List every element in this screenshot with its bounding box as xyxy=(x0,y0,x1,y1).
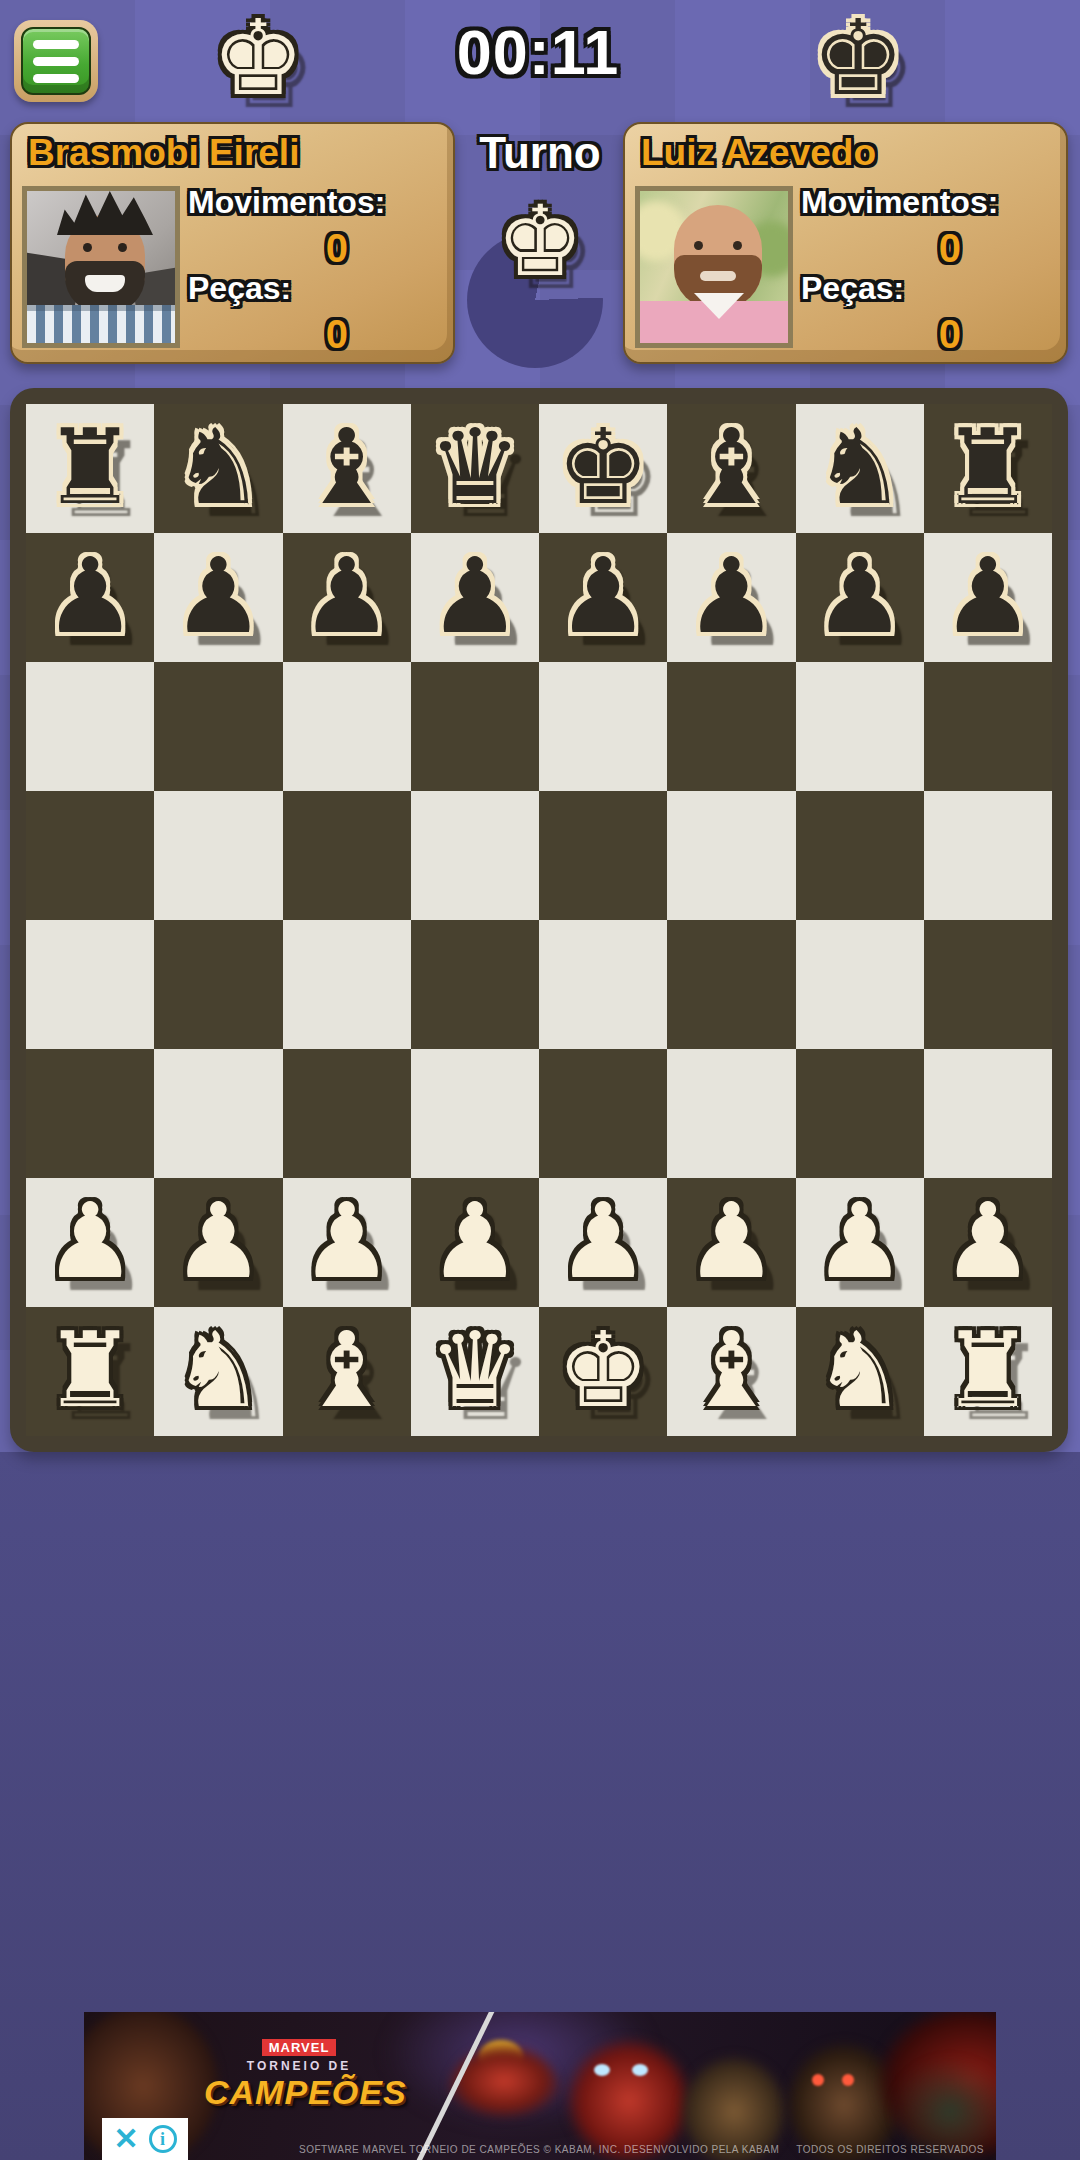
square-e5[interactable] xyxy=(539,791,667,920)
square-a2[interactable]: ♟ xyxy=(26,1178,154,1307)
black-bishop: ♝ xyxy=(300,415,393,519)
square-d1[interactable]: ♛ xyxy=(411,1307,539,1436)
turn-label: Turno xyxy=(440,128,640,178)
ad-logo-title: CAMPEÕES xyxy=(204,2073,394,2112)
square-e7[interactable]: ♟ xyxy=(539,533,667,662)
black-knight: ♞ xyxy=(172,415,265,519)
square-c8[interactable]: ♝ xyxy=(283,404,411,533)
moves-value: 0 xyxy=(188,226,348,271)
square-g6[interactable] xyxy=(796,662,924,791)
avatar xyxy=(22,186,180,348)
pieces-value: 0 xyxy=(188,312,348,357)
turn-piece-icon: ♚ xyxy=(480,192,600,290)
black-rook: ♜ xyxy=(941,415,1034,519)
moves-value: 0 xyxy=(801,226,961,271)
black-knight: ♞ xyxy=(813,415,906,519)
square-a8[interactable]: ♜ xyxy=(26,404,154,533)
square-e2[interactable]: ♟ xyxy=(539,1178,667,1307)
square-d2[interactable]: ♟ xyxy=(411,1178,539,1307)
square-e1[interactable]: ♚ xyxy=(539,1307,667,1436)
square-e8[interactable]: ♚ xyxy=(539,404,667,533)
white-bishop: ♝ xyxy=(685,1318,778,1422)
marvel-logo: MARVEL xyxy=(262,2039,337,2056)
chess-board-frame: ♜♞♝♛♚♝♞♜♟♟♟♟♟♟♟♟♟♟♟♟♟♟♟♟♜♞♝♛♚♝♞♜ xyxy=(10,388,1068,1452)
white-pawn: ♟ xyxy=(685,1189,778,1293)
square-f3[interactable] xyxy=(667,1049,795,1178)
square-f4[interactable] xyxy=(667,920,795,1049)
square-g5[interactable] xyxy=(796,791,924,920)
black-pawn: ♟ xyxy=(300,544,393,648)
white-pawn: ♟ xyxy=(172,1189,265,1293)
black-pawn: ♟ xyxy=(172,544,265,648)
black-bishop: ♝ xyxy=(685,415,778,519)
square-a4[interactable] xyxy=(26,920,154,1049)
black-queen: ♛ xyxy=(428,415,521,519)
pieces-label: Peças: xyxy=(801,270,1063,307)
square-h2[interactable]: ♟ xyxy=(924,1178,1052,1307)
white-pawn: ♟ xyxy=(813,1189,906,1293)
pieces-label: Peças: xyxy=(188,270,450,307)
square-b4[interactable] xyxy=(154,920,282,1049)
square-a5[interactable] xyxy=(26,791,154,920)
game-timer: 00:11 xyxy=(420,16,656,88)
white-pawn: ♟ xyxy=(941,1189,1034,1293)
square-d6[interactable] xyxy=(411,662,539,791)
square-c1[interactable]: ♝ xyxy=(283,1307,411,1436)
white-knight: ♞ xyxy=(172,1318,265,1422)
square-h1[interactable]: ♜ xyxy=(924,1307,1052,1436)
square-c4[interactable] xyxy=(283,920,411,1049)
black-rook: ♜ xyxy=(44,415,137,519)
square-g8[interactable]: ♞ xyxy=(796,404,924,533)
square-d3[interactable] xyxy=(411,1049,539,1178)
square-f1[interactable]: ♝ xyxy=(667,1307,795,1436)
square-d4[interactable] xyxy=(411,920,539,1049)
square-e4[interactable] xyxy=(539,920,667,1049)
ad-logo-subtitle: TORNEIO DE xyxy=(204,2059,394,2073)
square-d5[interactable] xyxy=(411,791,539,920)
square-c7[interactable]: ♟ xyxy=(283,533,411,662)
ad-art xyxy=(632,2064,648,2076)
avatar xyxy=(635,186,793,348)
square-g3[interactable] xyxy=(796,1049,924,1178)
square-f2[interactable]: ♟ xyxy=(667,1178,795,1307)
black-pawn: ♟ xyxy=(813,544,906,648)
white-pawn: ♟ xyxy=(557,1189,650,1293)
square-h7[interactable]: ♟ xyxy=(924,533,1052,662)
square-h4[interactable] xyxy=(924,920,1052,1049)
player-name: Luiz Azevedo xyxy=(641,132,876,174)
square-g7[interactable]: ♟ xyxy=(796,533,924,662)
player-panel-white: Brasmobi Eireli Movimentos: 0 Peças: 0 xyxy=(10,122,455,364)
chess-app-screen: { "game": "chess", "position": { "fen": … xyxy=(0,0,1080,2160)
square-b7[interactable]: ♟ xyxy=(154,533,282,662)
square-a1[interactable]: ♜ xyxy=(26,1307,154,1436)
ad-art xyxy=(444,2042,564,2160)
square-d7[interactable]: ♟ xyxy=(411,533,539,662)
ad-disclaimer: SOFTWARE MARVEL TORNEIO DE CAMPEÕES © KA… xyxy=(299,2144,779,2155)
moves-label: Movimentos: xyxy=(801,184,1063,221)
black-pawn: ♟ xyxy=(557,544,650,648)
hamburger-icon xyxy=(21,27,91,95)
square-h8[interactable]: ♜ xyxy=(924,404,1052,533)
square-e6[interactable] xyxy=(539,662,667,791)
white-rook: ♜ xyxy=(941,1318,1034,1422)
white-bishop: ♝ xyxy=(300,1318,393,1422)
ad-disclaimer-rights: TODOS OS DIREITOS RESERVADOS xyxy=(796,2144,984,2155)
black-king: ♚ xyxy=(557,415,650,519)
square-c3[interactable] xyxy=(283,1049,411,1178)
black-pawn: ♟ xyxy=(428,544,521,648)
menu-button[interactable] xyxy=(14,20,98,102)
square-g1[interactable]: ♞ xyxy=(796,1307,924,1436)
square-c6[interactable] xyxy=(283,662,411,791)
ad-art xyxy=(594,2064,610,2076)
ad-art xyxy=(842,2074,854,2086)
ad-close-icon[interactable]: ✕ xyxy=(113,2124,138,2154)
player-panel-black: Luiz Azevedo Movimentos: 0 Peças: 0 xyxy=(623,122,1068,364)
white-pawn: ♟ xyxy=(44,1189,137,1293)
white-rook: ♜ xyxy=(44,1318,137,1422)
black-pawn: ♟ xyxy=(941,544,1034,648)
white-knight: ♞ xyxy=(813,1318,906,1422)
square-c2[interactable]: ♟ xyxy=(283,1178,411,1307)
ad-banner[interactable]: MARVEL TORNEIO DE CAMPEÕES SOFTWARE MARV… xyxy=(84,2012,996,2160)
player-name: Brasmobi Eireli xyxy=(28,132,299,174)
white-king-icon: ♚ xyxy=(200,6,316,110)
moves-label: Movimentos: xyxy=(188,184,450,221)
white-king: ♚ xyxy=(557,1318,650,1422)
ad-choices-box: ✕ i xyxy=(102,2118,188,2160)
white-pawn: ♟ xyxy=(428,1189,521,1293)
chess-board: ♜♞♝♛♚♝♞♜♟♟♟♟♟♟♟♟♟♟♟♟♟♟♟♟♜♞♝♛♚♝♞♜ xyxy=(26,404,1052,1436)
square-a7[interactable]: ♟ xyxy=(26,533,154,662)
square-b6[interactable] xyxy=(154,662,282,791)
square-b1[interactable]: ♞ xyxy=(154,1307,282,1436)
square-b8[interactable]: ♞ xyxy=(154,404,282,533)
square-e3[interactable] xyxy=(539,1049,667,1178)
square-a6[interactable] xyxy=(26,662,154,791)
pieces-value: 0 xyxy=(801,312,961,357)
square-f6[interactable] xyxy=(667,662,795,791)
square-f7[interactable]: ♟ xyxy=(667,533,795,662)
ad-info-icon[interactable]: i xyxy=(149,2125,177,2153)
square-b5[interactable] xyxy=(154,791,282,920)
black-pawn: ♟ xyxy=(685,544,778,648)
square-c5[interactable] xyxy=(283,791,411,920)
square-f8[interactable]: ♝ xyxy=(667,404,795,533)
square-d8[interactable]: ♛ xyxy=(411,404,539,533)
white-pawn: ♟ xyxy=(300,1189,393,1293)
ad-logo: MARVEL TORNEIO DE CAMPEÕES xyxy=(204,2038,394,2112)
white-queen: ♛ xyxy=(428,1318,521,1422)
square-f5[interactable] xyxy=(667,791,795,920)
ad-art xyxy=(564,2036,694,2160)
black-pawn: ♟ xyxy=(44,544,137,648)
square-g4[interactable] xyxy=(796,920,924,1049)
square-a3[interactable] xyxy=(26,1049,154,1178)
square-g2[interactable]: ♟ xyxy=(796,1178,924,1307)
square-b3[interactable] xyxy=(154,1049,282,1178)
black-king-icon: ♚ xyxy=(800,6,916,110)
square-h6[interactable] xyxy=(924,662,1052,791)
ad-art xyxy=(812,2074,824,2086)
square-h5[interactable] xyxy=(924,791,1052,920)
square-h3[interactable] xyxy=(924,1049,1052,1178)
square-b2[interactable]: ♟ xyxy=(154,1178,282,1307)
